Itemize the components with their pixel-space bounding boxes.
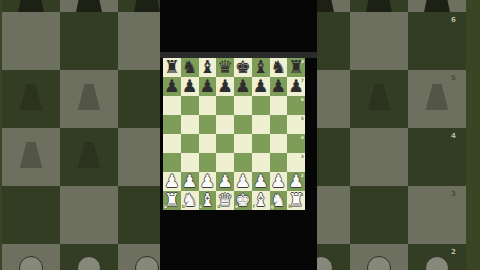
square-g3[interactable] bbox=[270, 153, 288, 172]
bg-square-g3 bbox=[350, 186, 408, 244]
piece-white-pawn[interactable]: ♟ bbox=[270, 172, 288, 191]
piece-black-pawn[interactable]: ♟ bbox=[252, 77, 270, 96]
square-d7[interactable]: ♟ bbox=[216, 77, 234, 96]
bg-rank-label-5: 5 bbox=[451, 75, 456, 82]
square-h8[interactable]: 8♜ bbox=[287, 58, 305, 77]
bg-rank-label-2: 2 bbox=[451, 249, 456, 256]
square-b7[interactable]: ♟ bbox=[181, 77, 199, 96]
rank-label-6: 6 bbox=[301, 97, 304, 102]
bg-square-g6 bbox=[350, 12, 408, 70]
square-a1[interactable]: a♜ bbox=[163, 191, 181, 210]
piece-white-pawn[interactable]: ♟ bbox=[234, 172, 252, 191]
square-e7[interactable]: ♟ bbox=[234, 77, 252, 96]
square-b6[interactable] bbox=[181, 96, 199, 115]
square-e8[interactable]: ♚ bbox=[234, 58, 252, 77]
square-h1[interactable]: 1h♜ bbox=[287, 191, 305, 210]
piece-white-pawn[interactable]: ♟ bbox=[287, 172, 305, 191]
piece-black-knight[interactable]: ♞ bbox=[181, 58, 199, 77]
square-b2[interactable]: ♟ bbox=[181, 172, 199, 191]
bg-square-b6 bbox=[60, 12, 118, 70]
square-d2[interactable]: ♟ bbox=[216, 172, 234, 191]
square-h6[interactable]: 6 bbox=[287, 96, 305, 115]
piece-white-rook[interactable]: ♜ bbox=[287, 191, 305, 210]
square-a6[interactable] bbox=[163, 96, 181, 115]
bg-square-h4 bbox=[408, 128, 466, 186]
square-c2[interactable]: ♟ bbox=[199, 172, 217, 191]
piece-black-pawn[interactable]: ♟ bbox=[270, 77, 288, 96]
square-a8[interactable]: ♜ bbox=[163, 58, 181, 77]
rank-label-4: 4 bbox=[301, 135, 304, 140]
piece-white-rook[interactable]: ♜ bbox=[163, 191, 181, 210]
piece-black-pawn[interactable]: ♟ bbox=[287, 77, 305, 96]
piece-white-queen[interactable]: ♛ bbox=[216, 191, 234, 210]
bg-rank-label-6: 6 bbox=[451, 17, 456, 24]
piece-white-pawn[interactable]: ♟ bbox=[199, 172, 217, 191]
square-g5[interactable] bbox=[270, 115, 288, 134]
square-a2[interactable]: ♟ bbox=[163, 172, 181, 191]
square-g8[interactable]: ♞ bbox=[270, 58, 288, 77]
square-h2[interactable]: 2♟ bbox=[287, 172, 305, 191]
square-h4[interactable]: 4 bbox=[287, 134, 305, 153]
piece-white-bishop[interactable]: ♝ bbox=[252, 191, 270, 210]
square-a4[interactable] bbox=[163, 134, 181, 153]
piece-black-pawn[interactable]: ♟ bbox=[199, 77, 217, 96]
piece-white-knight[interactable]: ♞ bbox=[181, 191, 199, 210]
bg-square-h3 bbox=[408, 186, 466, 244]
rank-label-3: 3 bbox=[301, 154, 304, 159]
rank-label-5: 5 bbox=[301, 116, 304, 121]
square-d8[interactable]: ♛ bbox=[216, 58, 234, 77]
square-g2[interactable]: ♟ bbox=[270, 172, 288, 191]
square-f5[interactable] bbox=[252, 115, 270, 134]
square-e2[interactable]: ♟ bbox=[234, 172, 252, 191]
square-d6[interactable] bbox=[216, 96, 234, 115]
piece-black-rook[interactable]: ♜ bbox=[163, 58, 181, 77]
square-f3[interactable] bbox=[252, 153, 270, 172]
square-h3[interactable]: 3 bbox=[287, 153, 305, 172]
square-d1[interactable]: d♛ bbox=[216, 191, 234, 210]
square-d4[interactable] bbox=[216, 134, 234, 153]
square-f2[interactable]: ♟ bbox=[252, 172, 270, 191]
piece-black-pawn[interactable]: ♟ bbox=[234, 77, 252, 96]
square-b3[interactable] bbox=[181, 153, 199, 172]
square-h7[interactable]: 7♟ bbox=[287, 77, 305, 96]
bg-rank-label-3: 3 bbox=[451, 191, 456, 198]
piece-black-pawn[interactable]: ♟ bbox=[216, 77, 234, 96]
piece-white-king[interactable]: ♚ bbox=[234, 191, 252, 210]
square-c1[interactable]: c♝ bbox=[199, 191, 217, 210]
square-b1[interactable]: b♞ bbox=[181, 191, 199, 210]
square-d5[interactable] bbox=[216, 115, 234, 134]
square-b4[interactable] bbox=[181, 134, 199, 153]
square-f7[interactable]: ♟ bbox=[252, 77, 270, 96]
square-g1[interactable]: g♞ bbox=[270, 191, 288, 210]
chess-board[interactable]: ♜♞♝♛♚♝♞8♜♟♟♟♟♟♟♟7♟6543♟♟♟♟♟♟♟2♟a♜b♞c♝d♛e… bbox=[163, 58, 305, 210]
piece-black-pawn[interactable]: ♟ bbox=[163, 77, 181, 96]
bg-square-b3 bbox=[60, 186, 118, 244]
piece-black-rook[interactable]: ♜ bbox=[287, 58, 305, 77]
piece-black-king[interactable]: ♚ bbox=[234, 58, 252, 77]
square-c3[interactable] bbox=[199, 153, 217, 172]
square-e6[interactable] bbox=[234, 96, 252, 115]
square-a5[interactable] bbox=[163, 115, 181, 134]
square-g6[interactable] bbox=[270, 96, 288, 115]
piece-white-pawn[interactable]: ♟ bbox=[181, 172, 199, 191]
square-c4[interactable] bbox=[199, 134, 217, 153]
square-c7[interactable]: ♟ bbox=[199, 77, 217, 96]
video-content-strip: ♜♞♝♛♚♝♞8♜♟♟♟♟♟♟♟7♟6543♟♟♟♟♟♟♟2♟a♜b♞c♝d♛e… bbox=[160, 0, 317, 270]
square-e4[interactable] bbox=[234, 134, 252, 153]
square-d3[interactable] bbox=[216, 153, 234, 172]
bg-square-a3 bbox=[2, 186, 60, 244]
square-e3[interactable] bbox=[234, 153, 252, 172]
square-c8[interactable]: ♝ bbox=[199, 58, 217, 77]
square-b8[interactable]: ♞ bbox=[181, 58, 199, 77]
square-e1[interactable]: e♚ bbox=[234, 191, 252, 210]
square-g7[interactable]: ♟ bbox=[270, 77, 288, 96]
piece-black-queen[interactable]: ♛ bbox=[216, 58, 234, 77]
bg-square-g4 bbox=[350, 128, 408, 186]
piece-black-bishop[interactable]: ♝ bbox=[252, 58, 270, 77]
square-g4[interactable] bbox=[270, 134, 288, 153]
bg-square-h6 bbox=[408, 12, 466, 70]
square-a7[interactable]: ♟ bbox=[163, 77, 181, 96]
piece-black-bishop[interactable]: ♝ bbox=[199, 58, 217, 77]
square-c5[interactable] bbox=[199, 115, 217, 134]
bg-rank-label-4: 4 bbox=[451, 133, 456, 140]
square-a3[interactable] bbox=[163, 153, 181, 172]
square-b5[interactable] bbox=[181, 115, 199, 134]
piece-white-pawn[interactable]: ♟ bbox=[252, 172, 270, 191]
piece-black-knight[interactable]: ♞ bbox=[270, 58, 288, 77]
bg-square-a6 bbox=[2, 12, 60, 70]
square-h5[interactable]: 5 bbox=[287, 115, 305, 134]
piece-white-pawn[interactable]: ♟ bbox=[216, 172, 234, 191]
square-f4[interactable] bbox=[252, 134, 270, 153]
square-f1[interactable]: f♝ bbox=[252, 191, 270, 210]
piece-white-pawn[interactable]: ♟ bbox=[163, 172, 181, 191]
piece-white-knight[interactable]: ♞ bbox=[270, 191, 288, 210]
square-f6[interactable] bbox=[252, 96, 270, 115]
square-c6[interactable] bbox=[199, 96, 217, 115]
piece-white-bishop[interactable]: ♝ bbox=[199, 191, 217, 210]
square-f8[interactable]: ♝ bbox=[252, 58, 270, 77]
video-frame: 65432 ♜♞♝♛♚♝♞8♜♟♟♟♟♟♟♟7♟6543♟♟♟♟♟♟♟2♟a♜b… bbox=[0, 0, 480, 270]
piece-black-pawn[interactable]: ♟ bbox=[181, 77, 199, 96]
square-e5[interactable] bbox=[234, 115, 252, 134]
